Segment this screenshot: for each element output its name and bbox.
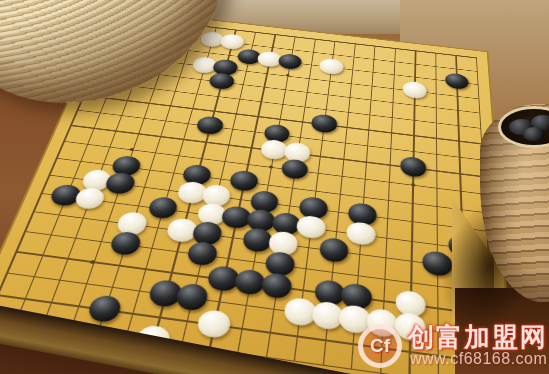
black-stone [400, 156, 427, 178]
black-stone [280, 158, 309, 180]
black-stone [260, 271, 293, 300]
white-stone [319, 58, 344, 76]
hoshi-point [411, 183, 415, 186]
black-stone [208, 72, 236, 90]
hoshi-point [269, 165, 273, 168]
white-stone [295, 214, 326, 239]
black-stone [86, 294, 125, 324]
black-stone [146, 196, 179, 221]
black-stone [277, 53, 303, 70]
hoshi-point [286, 74, 290, 77]
black-stone [318, 237, 349, 264]
black-stone [185, 240, 219, 267]
watermark-url-text: www.cf68168.com [410, 350, 547, 368]
black-stone [229, 169, 260, 192]
black-stone [108, 230, 144, 257]
hoshi-point [130, 148, 135, 151]
bowl-black-stone [523, 127, 545, 141]
white-stone [219, 33, 245, 50]
white-stone [346, 221, 376, 247]
hoshi-point [90, 260, 96, 264]
watermark-logo: Cf [358, 324, 402, 368]
white-stone [196, 308, 232, 339]
white-stone [402, 81, 426, 100]
black-stone [311, 113, 338, 133]
black-stone [195, 115, 225, 135]
go-board-photo: Cf 创富加盟网 www.cf68168.com [0, 0, 549, 374]
black-stone [445, 72, 469, 90]
